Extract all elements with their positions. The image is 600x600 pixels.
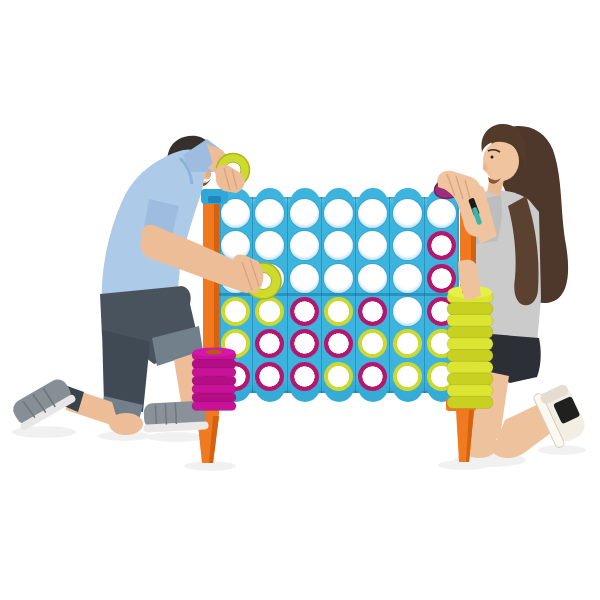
reserve-ring [447, 326, 493, 338]
reserve-ring [447, 314, 493, 326]
reserve-ring [447, 303, 493, 315]
stack-top-hole [206, 349, 222, 354]
reserve-ring [192, 393, 236, 402]
reserve-ring [192, 376, 236, 385]
reserve-ring [447, 396, 493, 408]
scene-front-layer [0, 0, 600, 600]
reserve-ring [192, 401, 236, 410]
reserve-ring [447, 373, 493, 385]
reserve-ring [192, 385, 236, 394]
magenta-ring-stack [192, 347, 236, 410]
left-post-hook [201, 189, 228, 204]
reserve-ring [447, 385, 493, 397]
reserve-ring [192, 359, 236, 368]
reserve-ring [447, 338, 493, 350]
reserve-ring [447, 361, 493, 373]
scene [0, 0, 600, 600]
reserve-ring [192, 368, 236, 377]
yellow-ring-stack [447, 286, 493, 409]
reserve-ring [447, 350, 493, 362]
